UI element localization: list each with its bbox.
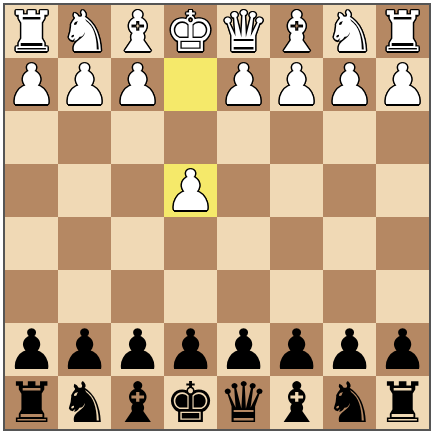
piece-black-pawn: ♟: [271, 322, 321, 378]
square-h1[interactable]: ♜: [5, 5, 58, 58]
piece-black-pawn: ♟: [6, 322, 56, 378]
square-d1[interactable]: ♛: [217, 5, 270, 58]
square-h5[interactable]: [5, 217, 58, 270]
square-f4[interactable]: [111, 164, 164, 217]
square-b4[interactable]: [323, 164, 376, 217]
piece-white-pawn: ♟: [165, 163, 215, 219]
square-b6[interactable]: [323, 270, 376, 323]
square-e8[interactable]: ♚: [164, 376, 217, 429]
square-a8[interactable]: ♜: [376, 376, 429, 429]
square-d4[interactable]: [217, 164, 270, 217]
piece-black-king: ♚: [165, 375, 215, 431]
piece-black-knight: ♞: [324, 375, 374, 431]
piece-white-rook: ♜: [6, 4, 56, 60]
square-f2[interactable]: ♟: [111, 58, 164, 111]
square-c8[interactable]: ♝: [270, 376, 323, 429]
square-h3[interactable]: [5, 111, 58, 164]
piece-black-bishop: ♝: [271, 375, 321, 431]
square-b1[interactable]: ♞: [323, 5, 376, 58]
square-g4[interactable]: [58, 164, 111, 217]
piece-black-rook: ♜: [377, 375, 427, 431]
square-d8[interactable]: ♛: [217, 376, 270, 429]
square-h6[interactable]: [5, 270, 58, 323]
square-a4[interactable]: [376, 164, 429, 217]
square-g1[interactable]: ♞: [58, 5, 111, 58]
piece-white-queen: ♛: [218, 4, 268, 60]
square-e3[interactable]: [164, 111, 217, 164]
piece-white-pawn: ♟: [6, 57, 56, 113]
piece-black-pawn: ♟: [59, 322, 109, 378]
piece-white-pawn: ♟: [271, 57, 321, 113]
square-h7[interactable]: ♟: [5, 323, 58, 376]
piece-white-rook: ♜: [377, 4, 427, 60]
piece-black-rook: ♜: [6, 375, 56, 431]
square-e4[interactable]: ♟: [164, 164, 217, 217]
square-c7[interactable]: ♟: [270, 323, 323, 376]
square-e7[interactable]: ♟: [164, 323, 217, 376]
square-a5[interactable]: [376, 217, 429, 270]
square-c2[interactable]: ♟: [270, 58, 323, 111]
square-f3[interactable]: [111, 111, 164, 164]
square-h4[interactable]: [5, 164, 58, 217]
square-h8[interactable]: ♜: [5, 376, 58, 429]
square-d2[interactable]: ♟: [217, 58, 270, 111]
square-c6[interactable]: [270, 270, 323, 323]
square-g5[interactable]: [58, 217, 111, 270]
square-e2[interactable]: [164, 58, 217, 111]
piece-white-pawn: ♟: [59, 57, 109, 113]
board-grid: ♜♞♝♚♛♝♞♜♟♟♟♟♟♟♟♟♟♟♟♟♟♟♟♟♜♞♝♚♛♝♞♜: [5, 5, 429, 429]
square-b8[interactable]: ♞: [323, 376, 376, 429]
square-a1[interactable]: ♜: [376, 5, 429, 58]
square-e5[interactable]: [164, 217, 217, 270]
piece-white-king: ♚: [165, 4, 215, 60]
chess-board: ♜♞♝♚♛♝♞♜♟♟♟♟♟♟♟♟♟♟♟♟♟♟♟♟♜♞♝♚♛♝♞♜: [3, 3, 431, 431]
square-b5[interactable]: [323, 217, 376, 270]
square-b2[interactable]: ♟: [323, 58, 376, 111]
square-c4[interactable]: [270, 164, 323, 217]
piece-white-bishop: ♝: [112, 4, 162, 60]
square-d6[interactable]: [217, 270, 270, 323]
square-d7[interactable]: ♟: [217, 323, 270, 376]
square-a2[interactable]: ♟: [376, 58, 429, 111]
square-f7[interactable]: ♟: [111, 323, 164, 376]
square-a3[interactable]: [376, 111, 429, 164]
piece-white-pawn: ♟: [218, 57, 268, 113]
square-e1[interactable]: ♚: [164, 5, 217, 58]
piece-white-knight: ♞: [59, 4, 109, 60]
piece-black-queen: ♛: [218, 375, 268, 431]
square-g6[interactable]: [58, 270, 111, 323]
square-h2[interactable]: ♟: [5, 58, 58, 111]
piece-white-pawn: ♟: [324, 57, 374, 113]
piece-black-pawn: ♟: [324, 322, 374, 378]
square-g8[interactable]: ♞: [58, 376, 111, 429]
square-b7[interactable]: ♟: [323, 323, 376, 376]
piece-black-bishop: ♝: [112, 375, 162, 431]
piece-black-pawn: ♟: [218, 322, 268, 378]
piece-white-bishop: ♝: [271, 4, 321, 60]
square-f1[interactable]: ♝: [111, 5, 164, 58]
square-g7[interactable]: ♟: [58, 323, 111, 376]
square-f6[interactable]: [111, 270, 164, 323]
square-c1[interactable]: ♝: [270, 5, 323, 58]
piece-white-pawn: ♟: [112, 57, 162, 113]
square-f8[interactable]: ♝: [111, 376, 164, 429]
square-c3[interactable]: [270, 111, 323, 164]
piece-black-pawn: ♟: [165, 322, 215, 378]
square-a6[interactable]: [376, 270, 429, 323]
square-f5[interactable]: [111, 217, 164, 270]
square-d5[interactable]: [217, 217, 270, 270]
square-g2[interactable]: ♟: [58, 58, 111, 111]
piece-white-knight: ♞: [324, 4, 374, 60]
square-d3[interactable]: [217, 111, 270, 164]
piece-black-pawn: ♟: [377, 322, 427, 378]
square-g3[interactable]: [58, 111, 111, 164]
square-c5[interactable]: [270, 217, 323, 270]
piece-white-pawn: ♟: [377, 57, 427, 113]
square-b3[interactable]: [323, 111, 376, 164]
piece-black-knight: ♞: [59, 375, 109, 431]
square-a7[interactable]: ♟: [376, 323, 429, 376]
piece-black-pawn: ♟: [112, 322, 162, 378]
square-e6[interactable]: [164, 270, 217, 323]
